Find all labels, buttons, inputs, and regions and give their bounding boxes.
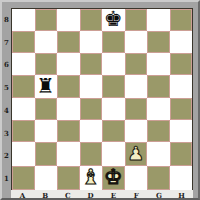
square-c8[interactable] (57, 9, 80, 31)
square-c6[interactable] (57, 53, 80, 75)
square-h5[interactable] (170, 75, 193, 97)
rank-label-1: 1 (2, 167, 11, 190)
square-e8[interactable]: ♚ (102, 9, 125, 31)
file-label-g: G (148, 190, 171, 200)
square-d4[interactable] (80, 98, 103, 120)
chess-board: ♚♜♟♝♚ (11, 8, 193, 191)
square-e6[interactable] (102, 53, 125, 75)
square-a1[interactable] (12, 166, 35, 190)
square-f2[interactable]: ♟ (125, 142, 148, 166)
square-b3[interactable] (35, 120, 58, 142)
file-label-a: A (11, 190, 34, 200)
square-b8[interactable] (35, 9, 58, 31)
square-h1[interactable] (170, 166, 193, 190)
square-e3[interactable] (102, 120, 125, 142)
square-g6[interactable] (147, 53, 170, 75)
square-e2[interactable] (102, 142, 125, 166)
square-a4[interactable] (12, 98, 35, 120)
file-label-d: D (79, 190, 102, 200)
square-d1[interactable]: ♝ (80, 166, 103, 190)
square-d5[interactable] (80, 75, 103, 97)
square-f3[interactable] (125, 120, 148, 142)
square-f4[interactable] (125, 98, 148, 120)
square-b7[interactable] (35, 31, 58, 53)
square-c7[interactable] (57, 31, 80, 53)
square-f6[interactable] (125, 53, 148, 75)
rank-label-2: 2 (2, 145, 11, 168)
square-h4[interactable] (170, 98, 193, 120)
square-a5[interactable] (12, 75, 35, 97)
square-e5[interactable] (102, 75, 125, 97)
rank-label-5: 5 (2, 76, 11, 99)
square-c2[interactable] (57, 142, 80, 166)
square-b2[interactable] (35, 142, 58, 166)
square-h8[interactable] (170, 9, 193, 31)
square-g3[interactable] (147, 120, 170, 142)
square-a3[interactable] (12, 120, 35, 142)
square-d8[interactable] (80, 9, 103, 31)
file-label-h: H (170, 190, 193, 200)
piece-white-pawn[interactable]: ♟ (127, 142, 144, 164)
square-a8[interactable] (12, 9, 35, 31)
square-b1[interactable] (35, 166, 58, 190)
square-g4[interactable] (147, 98, 170, 120)
rank-labels: 87654321 (2, 8, 11, 190)
square-e1[interactable]: ♚ (102, 166, 125, 190)
rank-label-8: 8 (2, 8, 11, 31)
square-c1[interactable] (57, 166, 80, 190)
file-label-c: C (57, 190, 80, 200)
square-a7[interactable] (12, 31, 35, 53)
square-f7[interactable] (125, 31, 148, 53)
square-b6[interactable] (35, 53, 58, 75)
rank-label-3: 3 (2, 122, 11, 145)
square-d2[interactable] (80, 142, 103, 166)
square-c4[interactable] (57, 98, 80, 120)
file-label-e: E (102, 190, 125, 200)
square-d6[interactable] (80, 53, 103, 75)
rank-label-4: 4 (2, 99, 11, 122)
piece-white-king[interactable]: ♚ (104, 166, 123, 188)
square-c3[interactable] (57, 120, 80, 142)
chess-diagram-window: { "game": "chess", "position": "4k3/8/8/… (0, 0, 200, 200)
square-h2[interactable] (170, 142, 193, 166)
piece-black-king[interactable]: ♚ (104, 8, 123, 30)
square-f5[interactable] (125, 75, 148, 97)
square-b4[interactable] (35, 98, 58, 120)
square-g2[interactable] (147, 142, 170, 166)
square-h7[interactable] (170, 31, 193, 53)
square-c5[interactable] (57, 75, 80, 97)
square-h3[interactable] (170, 120, 193, 142)
square-d3[interactable] (80, 120, 103, 142)
square-g8[interactable] (147, 9, 170, 31)
square-g5[interactable] (147, 75, 170, 97)
square-a2[interactable] (12, 142, 35, 166)
square-f1[interactable] (125, 166, 148, 190)
square-f8[interactable] (125, 9, 148, 31)
square-b5[interactable]: ♜ (35, 75, 58, 97)
file-label-b: B (34, 190, 57, 200)
square-h6[interactable] (170, 53, 193, 75)
square-e4[interactable] (102, 98, 125, 120)
file-labels: ABCDEFGH (11, 190, 193, 200)
piece-white-bishop[interactable]: ♝ (81, 166, 100, 188)
piece-black-rook[interactable]: ♜ (36, 75, 55, 97)
square-a6[interactable] (12, 53, 35, 75)
file-label-f: F (125, 190, 148, 200)
square-d7[interactable] (80, 31, 103, 53)
square-e7[interactable] (102, 31, 125, 53)
rank-label-6: 6 (2, 54, 11, 77)
square-g7[interactable] (147, 31, 170, 53)
rank-label-7: 7 (2, 31, 11, 54)
square-g1[interactable] (147, 166, 170, 190)
